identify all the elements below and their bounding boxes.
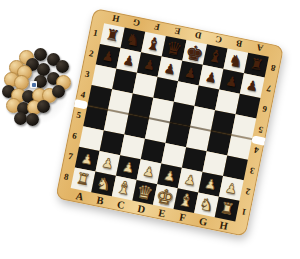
dark-checker-piece[interactable]	[56, 60, 69, 73]
checkers-pile	[2, 47, 74, 129]
bottom-label-F: F	[171, 209, 194, 226]
light-queen-piece[interactable]: ♛	[135, 182, 154, 203]
light-pawn-piece[interactable]: ♟	[80, 152, 94, 167]
dark-checker-piece[interactable]	[37, 100, 50, 113]
right-label-2: 2	[239, 180, 256, 203]
chess-board: HGFEDCBA1♜♞♝♛♚♝♞♜82♟♟♟♟♟♟♟♟7364554637♟♟♟…	[55, 8, 284, 237]
right-label-1: 1	[235, 201, 252, 224]
right-label-8: 8	[265, 57, 282, 80]
dark-pawn-piece[interactable]: ♟	[101, 49, 115, 64]
bottom-label-G: G	[192, 213, 215, 230]
light-bishop-piece[interactable]: ♝	[115, 178, 133, 198]
light-rook-piece[interactable]: ♜	[75, 171, 91, 188]
dark-queen-piece[interactable]: ♛	[164, 38, 183, 59]
dark-pawn-piece[interactable]: ♟	[245, 78, 259, 93]
dark-pawn-piece[interactable]: ♟	[122, 53, 136, 68]
bottom-label-H: H	[212, 217, 235, 234]
light-pawn-piece[interactable]: ♟	[163, 168, 177, 183]
dark-knight-piece[interactable]: ♞	[124, 31, 141, 50]
right-label-7: 7	[260, 77, 277, 100]
right-label-3: 3	[244, 160, 261, 183]
bottom-label-A: A	[68, 188, 91, 205]
right-label-6: 6	[256, 98, 273, 121]
dark-pawn-piece[interactable]: ♟	[163, 61, 177, 76]
light-rook-piece[interactable]: ♜	[219, 200, 235, 217]
light-bishop-piece[interactable]: ♝	[177, 191, 195, 211]
chess-set-photo: HGFEDCBA1♜♞♝♛♚♝♞♜82♟♟♟♟♟♟♟♟7364554637♟♟♟…	[0, 0, 300, 259]
bottom-label-E: E	[150, 205, 173, 222]
sticker-mark	[32, 83, 36, 87]
dark-pawn-piece[interactable]: ♟	[183, 66, 197, 81]
light-king-piece[interactable]: ♚	[155, 185, 177, 208]
bottom-label-C: C	[109, 196, 132, 213]
bottom-label-D: D	[130, 201, 153, 218]
dark-checker-piece[interactable]	[26, 113, 39, 126]
dark-pawn-piece[interactable]: ♟	[225, 74, 239, 89]
dark-king-piece[interactable]: ♚	[184, 41, 206, 64]
bottom-label-B: B	[89, 192, 112, 209]
dark-bishop-piece[interactable]: ♝	[144, 34, 162, 54]
light-knight-piece[interactable]: ♞	[198, 196, 215, 215]
light-pawn-piece[interactable]: ♟	[183, 173, 197, 188]
dark-pawn-piece[interactable]: ♟	[142, 57, 156, 72]
light-pawn-piece[interactable]: ♟	[121, 160, 135, 175]
price-sticker	[30, 81, 37, 88]
light-pawn-piece[interactable]: ♟	[101, 156, 115, 171]
dark-rook-piece[interactable]: ♜	[104, 27, 120, 44]
dark-knight-piece[interactable]: ♞	[227, 52, 244, 71]
dark-checker-piece[interactable]	[52, 85, 65, 98]
light-pawn-piece[interactable]: ♟	[142, 164, 156, 179]
dark-pawn-piece[interactable]: ♟	[204, 70, 218, 85]
dark-bishop-piece[interactable]: ♝	[206, 47, 224, 67]
light-pawn-piece[interactable]: ♟	[224, 181, 238, 196]
light-knight-piece[interactable]: ♞	[95, 175, 112, 194]
light-pawn-piece[interactable]: ♟	[204, 177, 218, 192]
dark-rook-piece[interactable]: ♜	[248, 56, 264, 73]
